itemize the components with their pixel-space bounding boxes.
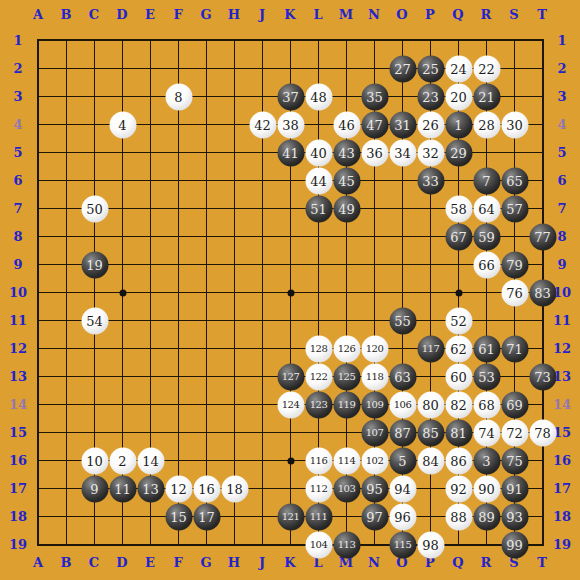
white-stone-36-N5[interactable]: 36 [361, 139, 388, 166]
black-stone-23-P3[interactable]: 23 [417, 83, 444, 110]
white-stone-48-L3[interactable]: 48 [305, 83, 332, 110]
coord-label-bottom-K: K [284, 556, 295, 569]
white-stone-16-G17[interactable]: 16 [193, 475, 220, 502]
go-board-diagram: AABBCCDDEEFFGGHHJJKKLLMMNNOOPPQQRRSSTT11… [0, 0, 580, 580]
black-stone-127-K13[interactable]: 127 [277, 363, 304, 390]
move-number: 4 [118, 118, 126, 131]
move-number: 123 [310, 400, 328, 410]
white-stone-40-L5[interactable]: 40 [305, 139, 332, 166]
white-stone-44-L6[interactable]: 44 [305, 167, 332, 194]
black-stone-49-M7[interactable]: 49 [333, 195, 360, 222]
move-number: 120 [366, 344, 384, 354]
coord-label-left-12: 12 [9, 342, 27, 355]
move-number: 12 [170, 482, 187, 495]
move-number: 59 [478, 230, 495, 243]
coord-label-top-Q: Q [452, 8, 463, 21]
black-stone-11-D17[interactable]: 11 [109, 475, 136, 502]
white-stone-90-R17[interactable]: 90 [473, 475, 500, 502]
move-number: 63 [394, 370, 411, 383]
black-stone-15-F18[interactable]: 15 [165, 503, 192, 530]
move-number: 107 [366, 428, 384, 438]
star-point-Q10 [455, 289, 462, 296]
black-stone-89-R18[interactable]: 89 [473, 503, 500, 530]
move-number: 15 [170, 510, 187, 523]
move-number: 113 [338, 540, 356, 550]
move-number: 98 [422, 538, 439, 551]
black-stone-45-M6[interactable]: 45 [333, 167, 360, 194]
move-number: 9 [90, 482, 98, 495]
move-number: 61 [478, 342, 495, 355]
move-number: 16 [198, 482, 215, 495]
coord-label-bottom-E: E [145, 556, 155, 569]
black-stone-85-P15[interactable]: 85 [417, 419, 444, 446]
move-number: 35 [366, 90, 383, 103]
white-stone-30-S4[interactable]: 30 [501, 111, 528, 138]
move-number: 122 [310, 372, 328, 382]
coord-label-left-11: 11 [9, 314, 27, 327]
black-stone-115-O19[interactable]: 115 [389, 531, 416, 558]
black-stone-7-R6[interactable]: 7 [473, 167, 500, 194]
coord-label-left-8: 8 [13, 230, 22, 243]
coord-label-top-E: E [145, 8, 155, 21]
move-number: 11 [114, 482, 131, 495]
move-number: 118 [366, 372, 384, 382]
move-number: 97 [366, 510, 383, 523]
move-number: 60 [450, 370, 467, 383]
white-stone-64-R7[interactable]: 64 [473, 195, 500, 222]
move-number: 112 [310, 484, 328, 494]
move-number: 55 [394, 314, 411, 327]
move-number: 67 [450, 230, 467, 243]
white-stone-62-Q12[interactable]: 62 [445, 335, 472, 362]
move-number: 26 [422, 118, 439, 131]
black-stone-3-R16[interactable]: 3 [473, 447, 500, 474]
black-stone-51-L7[interactable]: 51 [305, 195, 332, 222]
white-stone-74-R15[interactable]: 74 [473, 419, 500, 446]
white-stone-46-M4[interactable]: 46 [333, 111, 360, 138]
move-number: 23 [422, 90, 439, 103]
move-number: 104 [310, 540, 328, 550]
move-number: 99 [506, 538, 523, 551]
move-number: 92 [450, 482, 467, 495]
black-stone-31-O4[interactable]: 31 [389, 111, 416, 138]
coord-label-right-14: 14 [553, 398, 571, 411]
coord-label-top-A: A [33, 8, 43, 21]
coord-label-right-12: 12 [553, 342, 571, 355]
move-number: 125 [338, 372, 356, 382]
move-number: 87 [394, 426, 411, 439]
move-number: 58 [450, 202, 467, 215]
black-stone-53-R13[interactable]: 53 [473, 363, 500, 390]
move-number: 86 [450, 454, 467, 467]
white-stone-26-P4[interactable]: 26 [417, 111, 444, 138]
black-stone-119-M14[interactable]: 119 [333, 391, 360, 418]
black-stone-13-E17[interactable]: 13 [137, 475, 164, 502]
move-number: 103 [338, 484, 356, 494]
black-stone-69-S14[interactable]: 69 [501, 391, 528, 418]
move-number: 79 [506, 258, 523, 271]
coord-label-left-5: 5 [13, 146, 22, 159]
black-stone-17-G18[interactable]: 17 [193, 503, 220, 530]
move-number: 48 [310, 90, 327, 103]
move-number: 13 [142, 482, 159, 495]
white-stone-8-F3[interactable]: 8 [165, 83, 192, 110]
move-number: 106 [394, 400, 412, 410]
black-stone-35-N3[interactable]: 35 [361, 83, 388, 110]
white-stone-14-E16[interactable]: 14 [137, 447, 164, 474]
move-number: 96 [394, 510, 411, 523]
move-number: 44 [310, 174, 327, 187]
white-stone-104-L19[interactable]: 104 [305, 531, 332, 558]
move-number: 81 [450, 426, 467, 439]
move-number: 31 [394, 118, 411, 131]
coord-label-top-N: N [368, 8, 380, 21]
black-stone-63-O13[interactable]: 63 [389, 363, 416, 390]
move-number: 45 [338, 174, 355, 187]
white-stone-38-K4[interactable]: 38 [277, 111, 304, 138]
black-stone-125-M13[interactable]: 125 [333, 363, 360, 390]
black-stone-41-K5[interactable]: 41 [277, 139, 304, 166]
coord-label-top-C: C [89, 8, 99, 21]
coord-label-bottom-A: A [33, 556, 43, 569]
move-number: 114 [338, 456, 356, 466]
black-stone-109-N14[interactable]: 109 [361, 391, 388, 418]
black-stone-113-M19[interactable]: 113 [333, 531, 360, 558]
move-number: 90 [478, 482, 495, 495]
coord-label-right-11: 11 [553, 314, 571, 327]
white-stone-126-M12[interactable]: 126 [333, 335, 360, 362]
move-number: 128 [310, 344, 328, 354]
white-stone-114-M16[interactable]: 114 [333, 447, 360, 474]
white-stone-112-L17[interactable]: 112 [305, 475, 332, 502]
coord-label-bottom-G: G [200, 556, 211, 569]
move-number: 1 [454, 118, 462, 131]
white-stone-18-H17[interactable]: 18 [221, 475, 248, 502]
coord-label-bottom-D: D [116, 556, 127, 569]
black-stone-79-S9[interactable]: 79 [501, 251, 528, 278]
coord-label-right-4: 4 [557, 118, 566, 131]
move-number: 33 [422, 174, 439, 187]
white-stone-60-Q13[interactable]: 60 [445, 363, 472, 390]
coord-label-top-H: H [228, 8, 240, 21]
coord-label-right-2: 2 [557, 62, 566, 75]
coord-label-left-19: 19 [9, 538, 27, 551]
coord-label-bottom-C: C [89, 556, 99, 569]
white-stone-58-Q7[interactable]: 58 [445, 195, 472, 222]
black-stone-93-S18[interactable]: 93 [501, 503, 528, 530]
coord-label-right-19: 19 [553, 538, 571, 551]
coord-label-right-17: 17 [553, 482, 571, 495]
move-number: 94 [394, 482, 411, 495]
white-stone-120-N12[interactable]: 120 [361, 335, 388, 362]
move-number: 69 [506, 398, 523, 411]
black-stone-57-S7[interactable]: 57 [501, 195, 528, 222]
white-stone-98-P19[interactable]: 98 [417, 531, 444, 558]
white-stone-66-R9[interactable]: 66 [473, 251, 500, 278]
move-number: 83 [534, 286, 551, 299]
coord-label-right-6: 6 [557, 174, 566, 187]
white-stone-24-Q2[interactable]: 24 [445, 55, 472, 82]
move-number: 5 [398, 454, 406, 467]
black-stone-77-T8[interactable]: 77 [529, 223, 556, 250]
coord-label-right-7: 7 [557, 202, 566, 215]
black-stone-91-S17[interactable]: 91 [501, 475, 528, 502]
move-number: 38 [282, 118, 299, 131]
black-stone-65-S6[interactable]: 65 [501, 167, 528, 194]
coord-label-bottom-N: N [368, 556, 380, 569]
star-point-K10 [287, 289, 294, 296]
white-stone-34-O5[interactable]: 34 [389, 139, 416, 166]
move-number: 93 [506, 510, 523, 523]
move-number: 28 [478, 118, 495, 131]
black-stone-43-M5[interactable]: 43 [333, 139, 360, 166]
move-number: 21 [478, 90, 495, 103]
white-stone-28-R4[interactable]: 28 [473, 111, 500, 138]
coord-label-top-T: T [537, 8, 547, 21]
move-number: 18 [226, 482, 243, 495]
coord-label-left-9: 9 [13, 258, 22, 271]
move-number: 47 [366, 118, 383, 131]
black-stone-99-S19[interactable]: 99 [501, 531, 528, 558]
move-number: 24 [450, 62, 467, 75]
black-stone-5-O16[interactable]: 5 [389, 447, 416, 474]
coord-label-left-6: 6 [13, 174, 22, 187]
move-number: 36 [366, 146, 383, 159]
coord-label-left-14: 14 [9, 398, 27, 411]
move-number: 111 [310, 512, 328, 522]
black-stone-107-N15[interactable]: 107 [361, 419, 388, 446]
coord-label-left-1: 1 [13, 34, 22, 47]
move-number: 41 [282, 146, 299, 159]
move-number: 17 [198, 510, 215, 523]
move-number: 80 [422, 398, 439, 411]
move-number: 29 [450, 146, 467, 159]
coord-label-left-4: 4 [13, 118, 22, 131]
coord-label-left-13: 13 [9, 370, 27, 383]
move-number: 62 [450, 342, 467, 355]
move-number: 72 [506, 426, 523, 439]
coord-label-left-17: 17 [9, 482, 27, 495]
move-number: 19 [86, 258, 103, 271]
coord-label-right-16: 16 [553, 454, 571, 467]
star-point-K16 [287, 457, 294, 464]
black-stone-19-C9[interactable]: 19 [81, 251, 108, 278]
move-number: 30 [506, 118, 523, 131]
black-stone-21-R3[interactable]: 21 [473, 83, 500, 110]
white-stone-94-O17[interactable]: 94 [389, 475, 416, 502]
coord-label-top-F: F [173, 8, 182, 21]
coord-label-left-10: 10 [9, 286, 27, 299]
move-number: 40 [310, 146, 327, 159]
move-number: 51 [310, 202, 327, 215]
white-stone-102-N16[interactable]: 102 [361, 447, 388, 474]
coord-label-top-P: P [425, 8, 435, 21]
move-number: 42 [254, 118, 271, 131]
coord-label-right-3: 3 [557, 90, 566, 103]
move-number: 85 [422, 426, 439, 439]
move-number: 54 [86, 314, 103, 327]
move-number: 50 [86, 202, 103, 215]
move-number: 71 [506, 342, 523, 355]
coord-label-top-L: L [313, 8, 322, 21]
black-stone-97-N18[interactable]: 97 [361, 503, 388, 530]
white-stone-82-Q14[interactable]: 82 [445, 391, 472, 418]
white-stone-54-C11[interactable]: 54 [81, 307, 108, 334]
coord-label-bottom-Q: Q [452, 556, 463, 569]
white-stone-52-Q11[interactable]: 52 [445, 307, 472, 334]
black-stone-37-K3[interactable]: 37 [277, 83, 304, 110]
coord-label-top-G: G [200, 8, 211, 21]
coord-label-bottom-B: B [61, 556, 72, 569]
coord-label-top-M: M [339, 8, 353, 21]
move-number: 3 [482, 454, 490, 467]
black-stone-9-C17[interactable]: 9 [81, 475, 108, 502]
move-number: 2 [118, 454, 126, 467]
white-stone-118-N13[interactable]: 118 [361, 363, 388, 390]
black-stone-67-Q8[interactable]: 67 [445, 223, 472, 250]
white-stone-80-P14[interactable]: 80 [417, 391, 444, 418]
move-number: 34 [394, 146, 411, 159]
coord-label-bottom-J: J [259, 556, 265, 569]
black-stone-73-T13[interactable]: 73 [529, 363, 556, 390]
coord-label-bottom-H: H [228, 556, 240, 569]
coord-label-right-8: 8 [557, 230, 566, 243]
black-stone-121-K18[interactable]: 121 [277, 503, 304, 530]
move-number: 121 [282, 512, 300, 522]
move-number: 73 [534, 370, 551, 383]
black-stone-27-O2[interactable]: 27 [389, 55, 416, 82]
black-stone-123-L14[interactable]: 123 [305, 391, 332, 418]
black-stone-33-P6[interactable]: 33 [417, 167, 444, 194]
white-stone-88-Q18[interactable]: 88 [445, 503, 472, 530]
white-stone-22-R2[interactable]: 22 [473, 55, 500, 82]
coord-label-bottom-T: T [537, 556, 547, 569]
move-number: 22 [478, 62, 495, 75]
coord-label-top-R: R [481, 8, 492, 21]
white-stone-122-L13[interactable]: 122 [305, 363, 332, 390]
star-point-D10 [119, 289, 126, 296]
move-number: 109 [366, 400, 384, 410]
white-stone-96-O18[interactable]: 96 [389, 503, 416, 530]
white-stone-50-C7[interactable]: 50 [81, 195, 108, 222]
black-stone-55-O11[interactable]: 55 [389, 307, 416, 334]
black-stone-29-Q5[interactable]: 29 [445, 139, 472, 166]
white-stone-78-T15[interactable]: 78 [529, 419, 556, 446]
move-number: 77 [534, 230, 551, 243]
move-number: 46 [338, 118, 355, 131]
move-number: 102 [366, 456, 384, 466]
white-stone-128-L12[interactable]: 128 [305, 335, 332, 362]
black-stone-81-Q15[interactable]: 81 [445, 419, 472, 446]
move-number: 27 [394, 62, 411, 75]
move-number: 78 [534, 426, 551, 439]
move-number: 127 [282, 372, 300, 382]
black-stone-75-S16[interactable]: 75 [501, 447, 528, 474]
move-number: 49 [338, 202, 355, 215]
black-stone-111-L18[interactable]: 111 [305, 503, 332, 530]
black-stone-59-R8[interactable]: 59 [473, 223, 500, 250]
coord-label-top-D: D [116, 8, 127, 21]
move-number: 64 [478, 202, 495, 215]
move-number: 75 [506, 454, 523, 467]
coord-label-left-3: 3 [13, 90, 22, 103]
coord-label-left-16: 16 [9, 454, 27, 467]
coord-label-bottom-F: F [173, 556, 182, 569]
move-number: 25 [422, 62, 439, 75]
move-number: 74 [478, 426, 495, 439]
white-stone-4-D4[interactable]: 4 [109, 111, 136, 138]
move-number: 14 [142, 454, 159, 467]
move-number: 65 [506, 174, 523, 187]
coord-label-left-7: 7 [13, 202, 22, 215]
move-number: 116 [310, 456, 328, 466]
black-stone-1-Q4[interactable]: 1 [445, 111, 472, 138]
white-stone-92-Q17[interactable]: 92 [445, 475, 472, 502]
black-stone-87-O15[interactable]: 87 [389, 419, 416, 446]
move-number: 37 [282, 90, 299, 103]
move-number: 32 [422, 146, 439, 159]
move-number: 53 [478, 370, 495, 383]
coord-label-right-5: 5 [557, 146, 566, 159]
coord-label-top-K: K [284, 8, 295, 21]
move-number: 57 [506, 202, 523, 215]
move-number: 88 [450, 510, 467, 523]
coord-label-right-18: 18 [553, 510, 571, 523]
coord-label-top-J: J [259, 8, 265, 21]
coord-label-right-1: 1 [557, 34, 566, 47]
coord-label-top-O: O [396, 8, 407, 21]
white-stone-10-C16[interactable]: 10 [81, 447, 108, 474]
black-stone-103-M17[interactable]: 103 [333, 475, 360, 502]
white-stone-106-O14[interactable]: 106 [389, 391, 416, 418]
black-stone-83-T10[interactable]: 83 [529, 279, 556, 306]
white-stone-42-J4[interactable]: 42 [249, 111, 276, 138]
white-stone-20-Q3[interactable]: 20 [445, 83, 472, 110]
white-stone-86-Q16[interactable]: 86 [445, 447, 472, 474]
white-stone-12-F17[interactable]: 12 [165, 475, 192, 502]
coord-label-left-15: 15 [9, 426, 27, 439]
white-stone-124-K14[interactable]: 124 [277, 391, 304, 418]
move-number: 10 [86, 454, 103, 467]
white-stone-116-L16[interactable]: 116 [305, 447, 332, 474]
move-number: 68 [478, 398, 495, 411]
move-number: 43 [338, 146, 355, 159]
move-number: 119 [338, 400, 356, 410]
move-number: 117 [422, 344, 440, 354]
black-stone-71-S12[interactable]: 71 [501, 335, 528, 362]
move-number: 126 [338, 344, 356, 354]
move-number: 76 [506, 286, 523, 299]
move-number: 52 [450, 314, 467, 327]
move-number: 20 [450, 90, 467, 103]
white-stone-72-S15[interactable]: 72 [501, 419, 528, 446]
white-stone-32-P5[interactable]: 32 [417, 139, 444, 166]
white-stone-76-S10[interactable]: 76 [501, 279, 528, 306]
move-number: 89 [478, 510, 495, 523]
black-stone-95-N17[interactable]: 95 [361, 475, 388, 502]
coord-label-bottom-R: R [481, 556, 492, 569]
white-stone-2-D16[interactable]: 2 [109, 447, 136, 474]
white-stone-84-P16[interactable]: 84 [417, 447, 444, 474]
black-stone-117-P12[interactable]: 117 [417, 335, 444, 362]
white-stone-68-R14[interactable]: 68 [473, 391, 500, 418]
coord-label-left-2: 2 [13, 62, 22, 75]
move-number: 91 [506, 482, 523, 495]
move-number: 124 [282, 400, 300, 410]
black-stone-25-P2[interactable]: 25 [417, 55, 444, 82]
black-stone-47-N4[interactable]: 47 [361, 111, 388, 138]
black-stone-61-R12[interactable]: 61 [473, 335, 500, 362]
